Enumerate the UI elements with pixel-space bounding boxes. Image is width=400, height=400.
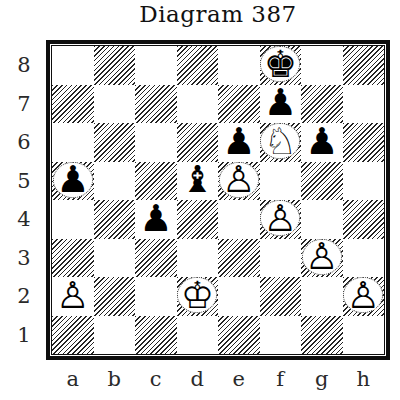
square-a8 [52,46,94,85]
square-e2 [218,277,260,316]
square-f5 [260,162,302,201]
square-g5 [301,162,343,201]
square-c6 [135,123,177,162]
square-h7 [343,85,385,124]
square-a6 [52,123,94,162]
white-king: ♔ [177,277,217,313]
file-label-b: b [94,361,136,397]
white-pawn: ♙ [260,200,300,236]
square-g2 [301,277,343,316]
black-pawn: ♟ [139,200,172,237]
square-c5 [135,162,177,201]
diagram-title: Diagram 387 [46,1,390,27]
square-c3 [135,239,177,278]
square-c7 [135,85,177,124]
black-pawn: ♟ [305,123,338,160]
square-f2 [260,277,302,316]
square-g8 [301,46,343,85]
square-b4 [94,200,136,239]
square-f6: ♘ [260,123,302,162]
file-label-c: c [135,361,177,397]
square-d7 [177,85,219,124]
rank-label-3: 3 [12,239,36,278]
square-h5 [343,162,385,201]
square-b6 [94,123,136,162]
white-pawn: ♙ [56,277,89,314]
square-c1 [135,316,177,355]
square-f4: ♙ [260,200,302,239]
file-label-h: h [343,361,385,397]
square-a4 [52,200,94,239]
rank-label-8: 8 [12,46,36,85]
square-c4: ♟ [135,200,177,239]
square-g7 [301,85,343,124]
rank-label-2: 2 [12,277,36,316]
square-e3 [218,239,260,278]
square-a1 [52,316,94,355]
board-grid: ♚♟♟♘♟♟♝♙♟♙♙♙♔♙ [52,46,384,354]
rank-label-4: 4 [12,200,36,239]
white-pawn: ♙ [219,162,259,198]
square-d4 [177,200,219,239]
square-a7 [52,85,94,124]
white-knight: ♘ [260,123,300,159]
square-d8 [177,46,219,85]
square-d6 [177,123,219,162]
page: Diagram 387 87654321 ♚♟♟♘♟♟♝♙♟♙♙♙♔♙ abcd… [0,0,400,400]
square-g3: ♙ [301,239,343,278]
square-h2: ♙ [343,277,385,316]
rank-label-6: 6 [12,123,36,162]
square-a5: ♟ [52,162,94,201]
file-label-a: a [52,361,94,397]
square-g6: ♟ [301,123,343,162]
square-f8: ♚ [260,46,302,85]
rank-labels: 87654321 [12,46,36,354]
square-h6 [343,123,385,162]
square-a2: ♙ [52,277,94,316]
square-e6: ♟ [218,123,260,162]
square-b7 [94,85,136,124]
square-b1 [94,316,136,355]
black-bishop: ♝ [181,162,214,199]
square-a3 [52,239,94,278]
square-g4 [301,200,343,239]
square-f3 [260,239,302,278]
file-label-f: f [260,361,302,397]
square-f7: ♟ [260,85,302,124]
square-b5 [94,162,136,201]
chess-board: ♚♟♟♘♟♟♝♙♟♙♙♙♔♙ [46,40,390,360]
black-pawn: ♟ [264,85,297,122]
square-h3 [343,239,385,278]
rank-label-7: 7 [12,85,36,124]
black-king: ♚ [260,46,300,82]
square-e8 [218,46,260,85]
square-f1 [260,316,302,355]
square-h1 [343,316,385,355]
black-pawn: ♟ [53,162,93,198]
black-pawn: ♟ [222,123,255,160]
square-c2 [135,277,177,316]
file-label-g: g [301,361,343,397]
square-d5: ♝ [177,162,219,201]
square-b3 [94,239,136,278]
white-pawn: ♙ [302,239,342,275]
square-e4 [218,200,260,239]
rank-label-1: 1 [12,316,36,355]
rank-label-5: 5 [12,162,36,201]
square-e5: ♙ [218,162,260,201]
file-label-d: d [177,361,219,397]
square-d2: ♔ [177,277,219,316]
square-e7 [218,85,260,124]
square-b2 [94,277,136,316]
square-h8 [343,46,385,85]
square-h4 [343,200,385,239]
board-inner-frame: ♚♟♟♘♟♟♝♙♟♙♙♙♔♙ [51,45,385,355]
file-labels: abcdefgh [52,361,384,397]
square-d3 [177,239,219,278]
square-c8 [135,46,177,85]
square-e1 [218,316,260,355]
square-g1 [301,316,343,355]
square-d1 [177,316,219,355]
square-b8 [94,46,136,85]
file-label-e: e [218,361,260,397]
white-pawn: ♙ [343,277,383,313]
